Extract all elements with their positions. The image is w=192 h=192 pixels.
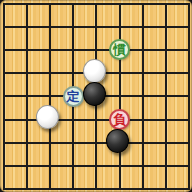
go-board[interactable]: 慣定負 [0,0,192,192]
black-stone-F3 [106,129,129,153]
marker-kan-choice-F7[interactable]: 慣 [109,39,130,60]
marker-fu-choice-F4[interactable]: 負 [109,109,130,130]
board-pieces-grid: 慣定負 [0,0,192,192]
black-stone-E5 [83,82,106,106]
intersection-D5: 定 [61,85,84,108]
marker-tei-choice-D5[interactable]: 定 [63,86,84,107]
intersection-F4: 負 [108,108,131,131]
intersection-E5 [85,85,108,108]
white-stone-E6 [83,59,106,83]
intersection-C4 [38,108,61,131]
intersection-F7: 慣 [108,38,131,61]
intersection-F3 [108,131,131,154]
white-stone-C4 [36,105,59,129]
intersection-E6 [85,61,108,84]
